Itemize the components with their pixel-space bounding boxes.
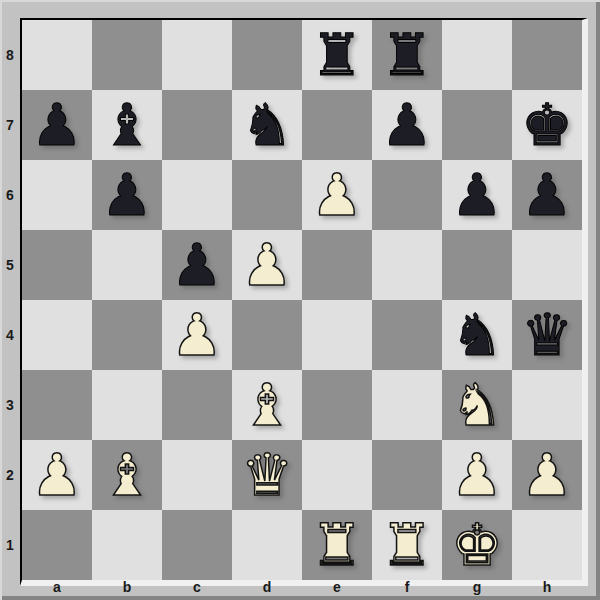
square-d1[interactable] xyxy=(232,510,302,580)
square-c7[interactable] xyxy=(162,90,232,160)
square-c6[interactable] xyxy=(162,160,232,230)
black-pawn[interactable]: ♟ xyxy=(101,166,153,224)
square-d6[interactable] xyxy=(232,160,302,230)
square-b1[interactable] xyxy=(92,510,162,580)
square-f8[interactable]: ♜ xyxy=(372,20,442,90)
white-king[interactable]: ♚ xyxy=(451,516,503,574)
square-h4[interactable]: ♛ xyxy=(512,300,582,370)
square-c3[interactable] xyxy=(162,370,232,440)
white-bishop[interactable]: ♝ xyxy=(241,376,293,434)
square-c4[interactable]: ♟ xyxy=(162,300,232,370)
square-g2[interactable]: ♟ xyxy=(442,440,512,510)
square-b4[interactable] xyxy=(92,300,162,370)
white-queen[interactable]: ♛ xyxy=(241,446,293,504)
square-f5[interactable] xyxy=(372,230,442,300)
square-g3[interactable]: ♞ xyxy=(442,370,512,440)
square-g6[interactable]: ♟ xyxy=(442,160,512,230)
square-g8[interactable] xyxy=(442,20,512,90)
square-d4[interactable] xyxy=(232,300,302,370)
square-f7[interactable]: ♟ xyxy=(372,90,442,160)
black-pawn[interactable]: ♟ xyxy=(31,96,83,154)
file-label-b: b xyxy=(92,578,162,596)
square-f6[interactable] xyxy=(372,160,442,230)
square-b3[interactable] xyxy=(92,370,162,440)
square-c5[interactable]: ♟ xyxy=(162,230,232,300)
square-b7[interactable]: ♝ xyxy=(92,90,162,160)
rank-label-5: 5 xyxy=(0,230,20,300)
white-rook[interactable]: ♜ xyxy=(381,516,433,574)
square-f2[interactable] xyxy=(372,440,442,510)
white-bishop[interactable]: ♝ xyxy=(101,446,153,504)
square-h5[interactable] xyxy=(512,230,582,300)
square-a4[interactable] xyxy=(22,300,92,370)
square-e1[interactable]: ♜ xyxy=(302,510,372,580)
black-queen[interactable]: ♛ xyxy=(521,306,573,364)
file-label-e: e xyxy=(302,578,372,596)
square-d5[interactable]: ♟ xyxy=(232,230,302,300)
square-a8[interactable] xyxy=(22,20,92,90)
white-pawn[interactable]: ♟ xyxy=(311,166,363,224)
black-pawn[interactable]: ♟ xyxy=(521,166,573,224)
square-h6[interactable]: ♟ xyxy=(512,160,582,230)
square-d2[interactable]: ♛ xyxy=(232,440,302,510)
white-rook[interactable]: ♜ xyxy=(311,516,363,574)
square-d3[interactable]: ♝ xyxy=(232,370,302,440)
rank-label-3: 3 xyxy=(0,370,20,440)
white-pawn[interactable]: ♟ xyxy=(521,446,573,504)
rank-label-8: 8 xyxy=(0,20,20,90)
square-h2[interactable]: ♟ xyxy=(512,440,582,510)
square-e2[interactable] xyxy=(302,440,372,510)
square-e7[interactable] xyxy=(302,90,372,160)
black-knight[interactable]: ♞ xyxy=(241,96,293,154)
square-g4[interactable]: ♞ xyxy=(442,300,512,370)
square-h7[interactable]: ♚ xyxy=(512,90,582,160)
rank-label-2: 2 xyxy=(0,440,20,510)
file-label-h: h xyxy=(512,578,582,596)
white-pawn[interactable]: ♟ xyxy=(241,236,293,294)
square-f1[interactable]: ♜ xyxy=(372,510,442,580)
square-h8[interactable] xyxy=(512,20,582,90)
square-g5[interactable] xyxy=(442,230,512,300)
black-bishop[interactable]: ♝ xyxy=(101,96,153,154)
square-a6[interactable] xyxy=(22,160,92,230)
white-pawn[interactable]: ♟ xyxy=(451,446,503,504)
square-a3[interactable] xyxy=(22,370,92,440)
square-e4[interactable] xyxy=(302,300,372,370)
black-knight[interactable]: ♞ xyxy=(451,306,503,364)
file-label-f: f xyxy=(372,578,442,596)
square-a7[interactable]: ♟ xyxy=(22,90,92,160)
file-label-d: d xyxy=(232,578,302,596)
square-c1[interactable] xyxy=(162,510,232,580)
white-pawn[interactable]: ♟ xyxy=(31,446,83,504)
black-pawn[interactable]: ♟ xyxy=(171,236,223,294)
black-rook[interactable]: ♜ xyxy=(311,26,363,84)
square-h1[interactable] xyxy=(512,510,582,580)
square-f3[interactable] xyxy=(372,370,442,440)
rank-label-6: 6 xyxy=(0,160,20,230)
white-knight[interactable]: ♞ xyxy=(451,376,503,434)
rank-label-1: 1 xyxy=(0,510,20,580)
square-e6[interactable]: ♟ xyxy=(302,160,372,230)
board-squares: ♜♜♟♝♞♟♚♟♟♟♟♟♟♟♞♛♝♞♟♝♛♟♟♜♜♚ xyxy=(22,20,582,580)
white-pawn[interactable]: ♟ xyxy=(171,306,223,364)
square-a5[interactable] xyxy=(22,230,92,300)
square-a2[interactable]: ♟ xyxy=(22,440,92,510)
black-king[interactable]: ♚ xyxy=(521,96,573,154)
rank-label-4: 4 xyxy=(0,300,20,370)
black-pawn[interactable]: ♟ xyxy=(381,96,433,154)
square-d8[interactable] xyxy=(232,20,302,90)
square-a1[interactable] xyxy=(22,510,92,580)
square-g7[interactable] xyxy=(442,90,512,160)
square-b8[interactable] xyxy=(92,20,162,90)
black-pawn[interactable]: ♟ xyxy=(451,166,503,224)
square-b6[interactable]: ♟ xyxy=(92,160,162,230)
square-f4[interactable] xyxy=(372,300,442,370)
square-e5[interactable] xyxy=(302,230,372,300)
file-label-a: a xyxy=(22,578,92,596)
rank-label-7: 7 xyxy=(0,90,20,160)
file-label-g: g xyxy=(442,578,512,596)
board-frame: ♜♜♟♝♞♟♚♟♟♟♟♟♟♟♞♛♝♞♟♝♛♟♟♜♜♚ 87654321abcde… xyxy=(0,0,600,600)
square-c2[interactable] xyxy=(162,440,232,510)
square-g1[interactable]: ♚ xyxy=(442,510,512,580)
file-label-c: c xyxy=(162,578,232,596)
chess-board: ♜♜♟♝♞♟♚♟♟♟♟♟♟♟♞♛♝♞♟♝♛♟♟♜♜♚ xyxy=(20,18,588,586)
square-c8[interactable] xyxy=(162,20,232,90)
square-d7[interactable]: ♞ xyxy=(232,90,302,160)
square-h3[interactable] xyxy=(512,370,582,440)
black-rook[interactable]: ♜ xyxy=(381,26,433,84)
square-e8[interactable]: ♜ xyxy=(302,20,372,90)
square-e3[interactable] xyxy=(302,370,372,440)
square-b5[interactable] xyxy=(92,230,162,300)
square-b2[interactable]: ♝ xyxy=(92,440,162,510)
